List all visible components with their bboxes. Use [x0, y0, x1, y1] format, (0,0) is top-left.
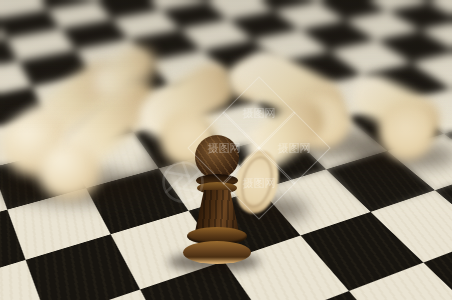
fallen-white-piece-head [38, 142, 100, 200]
fallen-white-piece-base [379, 102, 435, 160]
black-pawn-head [195, 135, 239, 179]
fallen-piece-base-rim [237, 153, 277, 210]
chessboard-photo: 摄图网 摄图网 摄图网 摄图网 [0, 0, 452, 300]
black-pawn-base [183, 241, 251, 264]
